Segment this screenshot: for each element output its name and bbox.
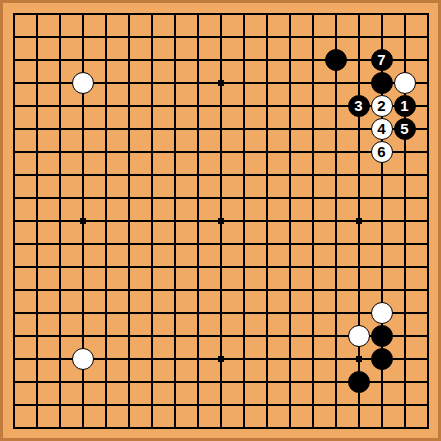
go-board: 7321456 (0, 0, 441, 441)
stone-white-move-6[interactable]: 6 (371, 141, 393, 163)
stone-black[interactable] (325, 49, 347, 71)
grid-line-vertical (427, 13, 429, 429)
stone-black[interactable] (371, 348, 393, 370)
stone-black[interactable] (348, 371, 370, 393)
stone-white-move-2[interactable]: 2 (371, 95, 393, 117)
stone-black-move-7[interactable]: 7 (371, 49, 393, 71)
grid-line-vertical (335, 13, 337, 429)
star-point (356, 218, 362, 224)
star-point (218, 80, 224, 86)
grid-line-horizontal (13, 312, 429, 314)
stone-black-move-3[interactable]: 3 (348, 95, 370, 117)
stone-black-move-1[interactable]: 1 (394, 95, 416, 117)
grid-line-vertical (266, 13, 268, 429)
grid-line-horizontal (13, 289, 429, 291)
stone-white[interactable] (348, 325, 370, 347)
stone-black-move-5[interactable]: 5 (394, 118, 416, 140)
grid-line-vertical (312, 13, 314, 429)
stone-white[interactable] (72, 348, 94, 370)
grid-line-horizontal (13, 266, 429, 268)
grid-line-vertical (289, 13, 291, 429)
stone-white[interactable] (371, 302, 393, 324)
grid-line-horizontal (13, 404, 429, 406)
star-point (218, 356, 224, 362)
grid-line-horizontal (13, 243, 429, 245)
grid-line-horizontal (13, 427, 429, 429)
stone-black[interactable] (371, 325, 393, 347)
stone-white[interactable] (394, 72, 416, 94)
stone-white-move-4[interactable]: 4 (371, 118, 393, 140)
star-point (356, 356, 362, 362)
star-point (218, 218, 224, 224)
star-point (80, 218, 86, 224)
grid-line-vertical (243, 13, 245, 429)
stone-black[interactable] (371, 72, 393, 94)
stone-white[interactable] (72, 72, 94, 94)
